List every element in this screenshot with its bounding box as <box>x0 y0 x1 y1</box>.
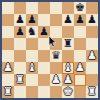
square-b6[interactable]: ♟ <box>14 26 26 38</box>
square-g2[interactable] <box>74 74 86 86</box>
black-pawn: ♟ <box>39 26 49 38</box>
square-a5[interactable] <box>2 38 14 50</box>
square-e5[interactable] <box>50 38 62 50</box>
square-a3[interactable]: ♟ <box>2 62 14 74</box>
white-rook: ♜ <box>15 74 25 86</box>
white-pawn: ♟ <box>87 50 97 62</box>
square-d3[interactable] <box>38 62 50 74</box>
square-c5[interactable] <box>26 38 38 50</box>
black-pawn: ♟ <box>15 26 25 38</box>
square-e4[interactable]: ♛ <box>50 50 62 62</box>
square-e1[interactable] <box>50 86 62 98</box>
square-f1[interactable]: ♚ <box>62 86 74 98</box>
black-queen: ♛ <box>51 50 61 62</box>
square-d5[interactable] <box>38 38 50 50</box>
square-b2[interactable]: ♜ <box>14 74 26 86</box>
black-pawn: ♟ <box>15 14 25 26</box>
square-g8[interactable]: ♚ <box>74 2 86 14</box>
square-c1[interactable] <box>26 86 38 98</box>
square-d7[interactable] <box>38 14 50 26</box>
white-pawn: ♟ <box>75 62 85 74</box>
square-e2[interactable]: ♟ <box>50 74 62 86</box>
square-b5[interactable] <box>14 38 26 50</box>
black-pawn: ♟ <box>75 14 85 26</box>
square-a8[interactable] <box>2 2 14 14</box>
square-c7[interactable]: ♟ <box>26 14 38 26</box>
square-h8[interactable] <box>86 2 98 14</box>
chess-app-window: ♚♟♟♟♟♟♟♞♟♜♛♟♟♝♝♟♜♟♟♜♚♜ <box>0 0 100 100</box>
square-f5[interactable]: ♜ <box>62 38 74 50</box>
square-e3[interactable] <box>50 62 62 74</box>
square-d8[interactable] <box>38 2 50 14</box>
white-bishop: ♝ <box>63 62 73 74</box>
square-f6[interactable] <box>62 26 74 38</box>
square-g1[interactable] <box>74 86 86 98</box>
square-e7[interactable] <box>50 14 62 26</box>
square-a2[interactable] <box>2 74 14 86</box>
square-d2[interactable] <box>38 74 50 86</box>
square-d1[interactable] <box>38 86 50 98</box>
square-h6[interactable] <box>86 26 98 38</box>
black-knight: ♞ <box>27 26 37 38</box>
black-pawn: ♟ <box>87 14 97 26</box>
square-a7[interactable] <box>2 14 14 26</box>
black-rook: ♜ <box>63 38 73 50</box>
square-a1[interactable]: ♜ <box>2 86 14 98</box>
white-bishop: ♝ <box>27 62 37 74</box>
square-b4[interactable] <box>14 50 26 62</box>
square-h4[interactable]: ♟ <box>86 50 98 62</box>
white-rook: ♜ <box>87 86 97 98</box>
black-pawn: ♟ <box>27 14 37 26</box>
square-g7[interactable]: ♟ <box>74 14 86 26</box>
square-f7[interactable]: ♟ <box>62 14 74 26</box>
white-pawn: ♟ <box>3 62 13 74</box>
white-pawn: ♟ <box>63 74 73 86</box>
square-b1[interactable] <box>14 86 26 98</box>
square-c3[interactable]: ♝ <box>26 62 38 74</box>
square-g3[interactable]: ♟ <box>74 62 86 74</box>
white-pawn: ♟ <box>51 74 61 86</box>
black-king: ♚ <box>75 2 85 14</box>
square-b8[interactable] <box>14 2 26 14</box>
square-f3[interactable]: ♝ <box>62 62 74 74</box>
square-a4[interactable] <box>2 50 14 62</box>
square-b3[interactable] <box>14 62 26 74</box>
white-rook: ♜ <box>3 86 13 98</box>
square-c8[interactable] <box>26 2 38 14</box>
square-h2[interactable] <box>86 74 98 86</box>
chess-board: ♚♟♟♟♟♟♟♞♟♜♛♟♟♝♝♟♜♟♟♜♚♜ <box>2 2 98 98</box>
square-f4[interactable] <box>62 50 74 62</box>
black-pawn: ♟ <box>63 14 73 26</box>
square-e6[interactable] <box>50 26 62 38</box>
square-g4[interactable] <box>74 50 86 62</box>
square-d4[interactable] <box>38 50 50 62</box>
square-d6[interactable]: ♟ <box>38 26 50 38</box>
square-f8[interactable] <box>62 2 74 14</box>
square-h1[interactable]: ♜ <box>86 86 98 98</box>
square-h3[interactable] <box>86 62 98 74</box>
square-g6[interactable] <box>74 26 86 38</box>
square-h7[interactable]: ♟ <box>86 14 98 26</box>
square-a6[interactable] <box>2 26 14 38</box>
square-g5[interactable] <box>74 38 86 50</box>
square-c4[interactable] <box>26 50 38 62</box>
square-b7[interactable]: ♟ <box>14 14 26 26</box>
white-king: ♚ <box>63 86 73 98</box>
square-h5[interactable] <box>86 38 98 50</box>
square-c2[interactable] <box>26 74 38 86</box>
square-f2[interactable]: ♟ <box>62 74 74 86</box>
square-e8[interactable] <box>50 2 62 14</box>
square-c6[interactable]: ♞ <box>26 26 38 38</box>
